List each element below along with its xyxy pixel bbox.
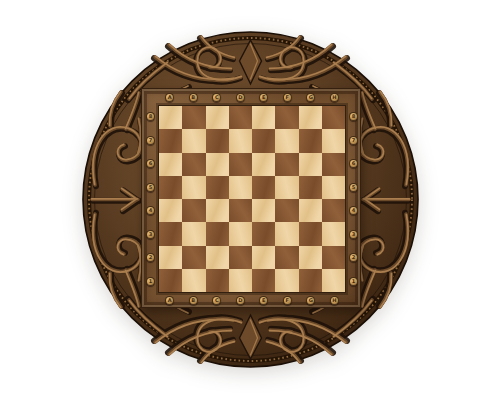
- square-h8[interactable]: [322, 106, 345, 129]
- square-f8[interactable]: [275, 106, 298, 129]
- square-d2[interactable]: [229, 246, 252, 269]
- square-c2[interactable]: [206, 246, 229, 269]
- square-g5[interactable]: [299, 176, 322, 199]
- rank-label-left-3: 3: [146, 230, 155, 239]
- square-d3[interactable]: [229, 222, 252, 245]
- square-f7[interactable]: [275, 129, 298, 152]
- file-label-top-h: H: [330, 93, 339, 102]
- square-a8[interactable]: [159, 106, 182, 129]
- square-d4[interactable]: [229, 199, 252, 222]
- square-e1[interactable]: [252, 269, 275, 292]
- square-h7[interactable]: [322, 129, 345, 152]
- square-b2[interactable]: [182, 246, 205, 269]
- rank-label-right-8: 8: [349, 112, 358, 121]
- square-e6[interactable]: [252, 153, 275, 176]
- rank-label-left-4: 4: [146, 206, 155, 215]
- square-d8[interactable]: [229, 106, 252, 129]
- square-c8[interactable]: [206, 106, 229, 129]
- square-a6[interactable]: [159, 153, 182, 176]
- square-g7[interactable]: [299, 129, 322, 152]
- file-label-bottom-b: B: [189, 296, 198, 305]
- file-label-bottom-a: A: [165, 296, 174, 305]
- square-f4[interactable]: [275, 199, 298, 222]
- file-label-top-a: A: [165, 93, 174, 102]
- square-b4[interactable]: [182, 199, 205, 222]
- file-label-top-b: B: [189, 93, 198, 102]
- product-photo-stage: AA88BB77CC66DD55EE44FF33GG22HH11: [0, 0, 500, 400]
- rank-label-right-3: 3: [349, 230, 358, 239]
- rank-label-left-6: 6: [146, 159, 155, 168]
- file-label-top-g: G: [306, 93, 315, 102]
- rank-label-right-2: 2: [349, 253, 358, 262]
- square-a5[interactable]: [159, 176, 182, 199]
- board-frame: AA88BB77CC66DD55EE44FF33GG22HH11: [141, 88, 361, 308]
- square-b7[interactable]: [182, 129, 205, 152]
- square-b3[interactable]: [182, 222, 205, 245]
- file-label-bottom-f: F: [283, 296, 292, 305]
- rank-label-right-7: 7: [349, 136, 358, 145]
- square-e3[interactable]: [252, 222, 275, 245]
- square-d1[interactable]: [229, 269, 252, 292]
- square-b6[interactable]: [182, 153, 205, 176]
- square-c3[interactable]: [206, 222, 229, 245]
- square-a1[interactable]: [159, 269, 182, 292]
- square-e8[interactable]: [252, 106, 275, 129]
- file-label-top-c: C: [212, 93, 221, 102]
- square-d6[interactable]: [229, 153, 252, 176]
- square-c4[interactable]: [206, 199, 229, 222]
- square-f6[interactable]: [275, 153, 298, 176]
- square-h3[interactable]: [322, 222, 345, 245]
- square-d5[interactable]: [229, 176, 252, 199]
- square-a2[interactable]: [159, 246, 182, 269]
- square-f1[interactable]: [275, 269, 298, 292]
- rank-label-right-1: 1: [349, 277, 358, 286]
- square-c6[interactable]: [206, 153, 229, 176]
- rank-label-left-7: 7: [146, 136, 155, 145]
- square-h2[interactable]: [322, 246, 345, 269]
- square-a3[interactable]: [159, 222, 182, 245]
- square-a7[interactable]: [159, 129, 182, 152]
- square-a4[interactable]: [159, 199, 182, 222]
- file-label-bottom-d: D: [236, 296, 245, 305]
- square-e5[interactable]: [252, 176, 275, 199]
- square-e7[interactable]: [252, 129, 275, 152]
- square-h6[interactable]: [322, 153, 345, 176]
- file-label-top-e: E: [259, 93, 268, 102]
- square-e4[interactable]: [252, 199, 275, 222]
- rank-label-left-1: 1: [146, 277, 155, 286]
- square-h4[interactable]: [322, 199, 345, 222]
- file-label-bottom-c: C: [212, 296, 221, 305]
- square-f5[interactable]: [275, 176, 298, 199]
- square-g8[interactable]: [299, 106, 322, 129]
- square-h5[interactable]: [322, 176, 345, 199]
- rank-label-left-8: 8: [146, 112, 155, 121]
- rank-label-left-5: 5: [146, 183, 155, 192]
- square-c1[interactable]: [206, 269, 229, 292]
- rank-label-right-5: 5: [349, 183, 358, 192]
- square-c5[interactable]: [206, 176, 229, 199]
- square-g1[interactable]: [299, 269, 322, 292]
- square-c7[interactable]: [206, 129, 229, 152]
- square-g3[interactable]: [299, 222, 322, 245]
- square-g4[interactable]: [299, 199, 322, 222]
- square-f2[interactable]: [275, 246, 298, 269]
- square-f3[interactable]: [275, 222, 298, 245]
- rank-label-left-2: 2: [146, 253, 155, 262]
- square-b1[interactable]: [182, 269, 205, 292]
- square-b5[interactable]: [182, 176, 205, 199]
- square-b8[interactable]: [182, 106, 205, 129]
- square-e2[interactable]: [252, 246, 275, 269]
- square-d7[interactable]: [229, 129, 252, 152]
- file-label-top-f: F: [283, 93, 292, 102]
- rank-label-right-6: 6: [349, 159, 358, 168]
- file-label-bottom-g: G: [306, 296, 315, 305]
- rank-label-right-4: 4: [349, 206, 358, 215]
- file-label-top-d: D: [236, 93, 245, 102]
- board-field: [158, 105, 346, 293]
- file-label-bottom-e: E: [259, 296, 268, 305]
- square-h1[interactable]: [322, 269, 345, 292]
- square-g2[interactable]: [299, 246, 322, 269]
- square-g6[interactable]: [299, 153, 322, 176]
- file-label-bottom-h: H: [330, 296, 339, 305]
